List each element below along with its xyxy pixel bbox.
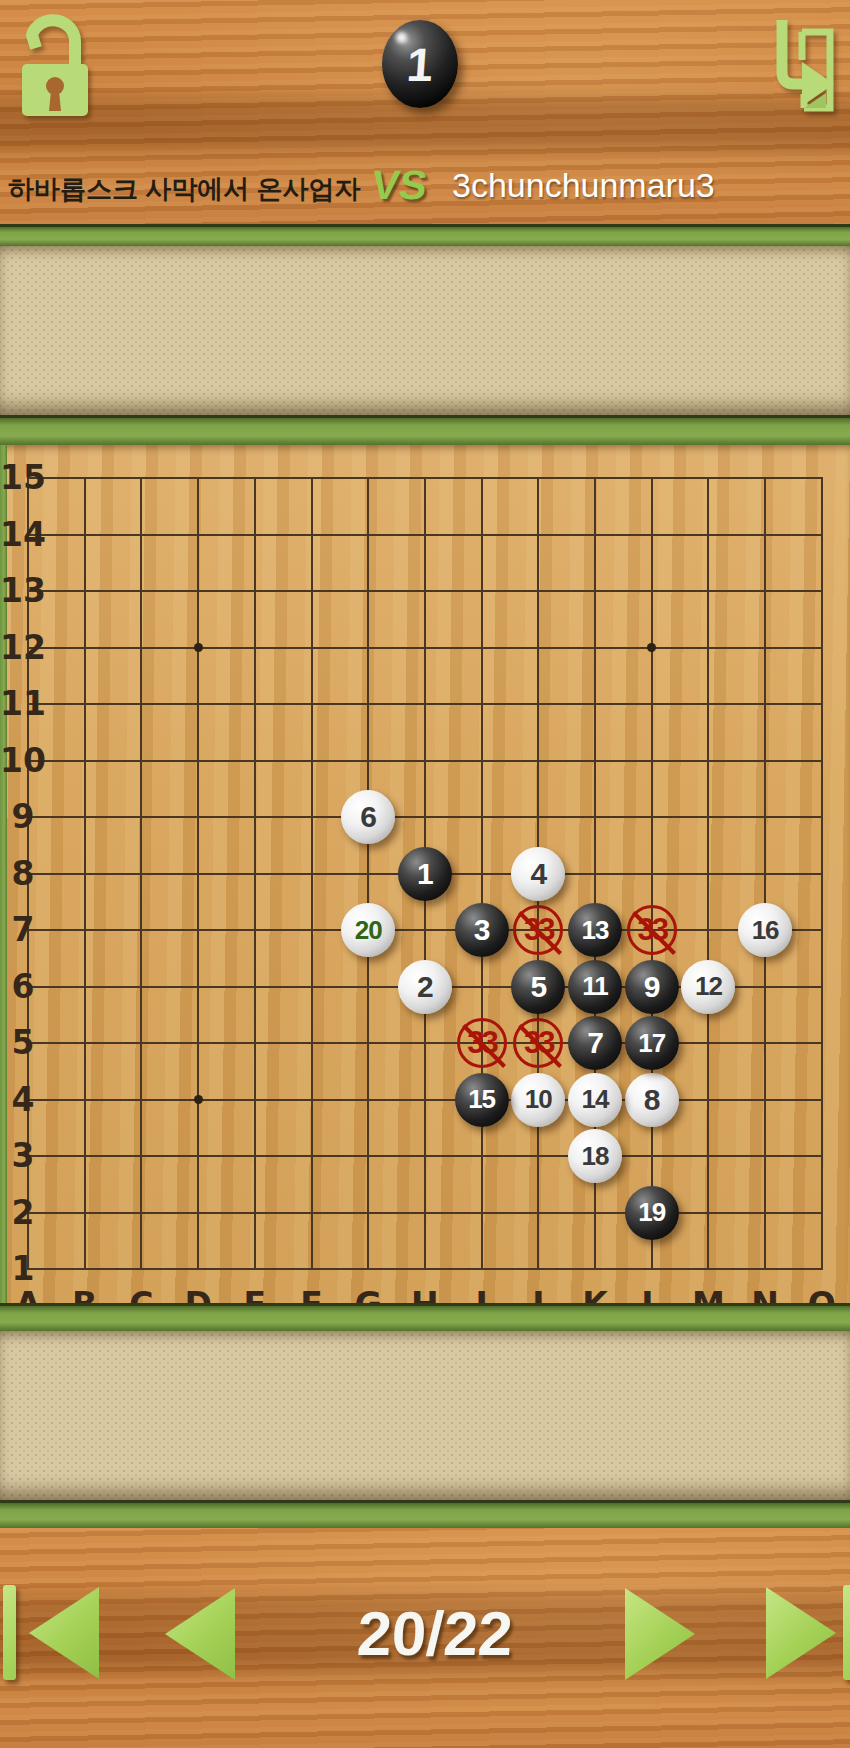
lock-button[interactable] bbox=[14, 12, 98, 120]
forbidden-label: 33 bbox=[637, 912, 665, 948]
move-number: 4 bbox=[530, 857, 546, 891]
move-number: 7 bbox=[587, 1026, 603, 1060]
grid-line bbox=[27, 929, 823, 931]
stone-4: 4 bbox=[511, 847, 565, 901]
next-arrow-icon bbox=[625, 1588, 695, 1680]
grid-line bbox=[764, 477, 766, 1270]
move-number: 6 bbox=[360, 800, 376, 834]
grid-line bbox=[27, 1268, 823, 1270]
stone-15: 15 bbox=[455, 1073, 509, 1127]
move-number: 5 bbox=[530, 970, 546, 1004]
row-label: 6 bbox=[0, 967, 46, 1007]
row-label: 9 bbox=[0, 797, 46, 837]
forbidden-label: 33 bbox=[524, 1025, 552, 1061]
grid-line bbox=[27, 1042, 823, 1044]
skip-to-start-icon bbox=[29, 1587, 99, 1679]
grid-line bbox=[27, 1155, 823, 1157]
star-point bbox=[647, 643, 656, 652]
divider-strip-top bbox=[0, 224, 850, 246]
pattern-panel-bottom bbox=[0, 1331, 850, 1500]
gomoku-review-screen: 1 하바롭스크 사막에서 온사업자 VS 3chunchunmaru3 15A1… bbox=[0, 0, 850, 1748]
move-number-stone: 1 bbox=[382, 20, 458, 108]
move-number: 20 bbox=[355, 915, 382, 946]
white-player-name: 3chunchunmaru3 bbox=[452, 166, 715, 205]
row-label: 13 bbox=[0, 571, 46, 611]
grid-line bbox=[707, 477, 709, 1270]
vs-label: VS bbox=[369, 162, 430, 209]
previous-arrow-icon bbox=[165, 1588, 235, 1680]
exit-game-icon bbox=[750, 16, 838, 120]
grid-line bbox=[27, 1099, 823, 1101]
pattern-panel-top bbox=[0, 246, 850, 415]
stone-6: 6 bbox=[341, 790, 395, 844]
star-point bbox=[194, 1095, 203, 1104]
row-label: 1 bbox=[0, 1249, 46, 1289]
next-move-button[interactable] bbox=[625, 1588, 695, 1680]
move-number: 9 bbox=[644, 970, 660, 1004]
forbidden-label: 33 bbox=[524, 912, 552, 948]
move-number: 11 bbox=[582, 971, 608, 1002]
forbidden-label: 33 bbox=[467, 1025, 495, 1061]
exit-button[interactable] bbox=[750, 16, 838, 120]
row-label: 10 bbox=[0, 741, 46, 781]
previous-move-button[interactable] bbox=[165, 1588, 235, 1680]
stone-18: 18 bbox=[568, 1129, 622, 1183]
stone-5: 5 bbox=[511, 960, 565, 1014]
divider-strip-board-bottom bbox=[0, 1303, 850, 1331]
move-number: 3 bbox=[474, 913, 490, 947]
grid-line bbox=[821, 477, 823, 1270]
move-number: 2 bbox=[417, 970, 433, 1004]
forbidden-point-marker: 33 bbox=[627, 905, 677, 955]
stone-2: 2 bbox=[398, 960, 452, 1014]
unlocked-padlock-icon bbox=[14, 12, 98, 120]
forbidden-point-marker: 33 bbox=[513, 1018, 563, 1068]
grid-line bbox=[481, 477, 483, 1270]
row-label: 11 bbox=[0, 684, 46, 724]
row-label: 4 bbox=[0, 1080, 46, 1120]
row-label: 15 bbox=[0, 458, 46, 498]
grid-line bbox=[651, 477, 653, 1270]
move-number: 18 bbox=[582, 1141, 609, 1172]
stone-1: 1 bbox=[398, 847, 452, 901]
row-label: 12 bbox=[0, 628, 46, 668]
row-label: 14 bbox=[0, 515, 46, 555]
turn-number: 1 bbox=[379, 20, 461, 108]
last-move-button[interactable] bbox=[766, 1585, 850, 1680]
move-number: 1 bbox=[417, 857, 433, 891]
stone-3: 3 bbox=[455, 903, 509, 957]
row-label: 3 bbox=[0, 1136, 46, 1176]
forbidden-point-marker: 33 bbox=[457, 1018, 507, 1068]
stone-7: 7 bbox=[568, 1016, 622, 1070]
move-number: 16 bbox=[752, 915, 779, 946]
row-label: 7 bbox=[0, 910, 46, 950]
skip-to-start-icon bbox=[3, 1585, 16, 1680]
star-point bbox=[194, 643, 203, 652]
stone-11: 11 bbox=[568, 960, 622, 1014]
divider-strip-bottom bbox=[0, 1500, 850, 1528]
players-bar: 하바롭스크 사막에서 온사업자 VS 3chunchunmaru3 bbox=[0, 160, 850, 220]
move-number: 12 bbox=[695, 971, 722, 1002]
stone-13: 13 bbox=[568, 903, 622, 957]
row-label: 2 bbox=[0, 1193, 46, 1233]
grid-line bbox=[27, 1212, 823, 1214]
stone-16: 16 bbox=[738, 903, 792, 957]
move-number: 14 bbox=[582, 1084, 609, 1115]
black-player-name: 하바롭스크 사막에서 온사업자 bbox=[8, 172, 360, 207]
move-number: 8 bbox=[644, 1083, 660, 1117]
stone-19: 19 bbox=[625, 1186, 679, 1240]
row-label: 5 bbox=[0, 1023, 46, 1063]
game-board[interactable]: 15A14B13C12D11E10F9G8H7I6J5K4L3M2N1O3333… bbox=[0, 445, 850, 1303]
skip-to-end-icon bbox=[843, 1585, 850, 1680]
stone-9: 9 bbox=[625, 960, 679, 1014]
divider-strip-board-top bbox=[0, 415, 850, 445]
stone-14: 14 bbox=[568, 1073, 622, 1127]
move-number: 10 bbox=[525, 1084, 552, 1115]
first-move-button[interactable] bbox=[3, 1585, 101, 1680]
stone-10: 10 bbox=[511, 1073, 565, 1127]
stone-17: 17 bbox=[625, 1016, 679, 1070]
playback-toolbar: 20/22 bbox=[0, 1528, 850, 1748]
stone-12: 12 bbox=[681, 960, 735, 1014]
move-counter: 20/22 bbox=[278, 1598, 592, 1669]
move-number: 17 bbox=[638, 1028, 665, 1059]
move-number: 13 bbox=[582, 915, 609, 946]
move-number: 15 bbox=[468, 1084, 495, 1115]
skip-to-end-icon bbox=[766, 1587, 836, 1679]
stone-8: 8 bbox=[625, 1073, 679, 1127]
forbidden-point-marker: 33 bbox=[513, 905, 563, 955]
stone-20: 20 bbox=[341, 903, 395, 957]
row-label: 8 bbox=[0, 854, 46, 894]
move-number: 19 bbox=[638, 1197, 665, 1228]
top-toolbar: 1 하바롭스크 사막에서 온사업자 VS 3chunchunmaru3 bbox=[0, 0, 850, 224]
